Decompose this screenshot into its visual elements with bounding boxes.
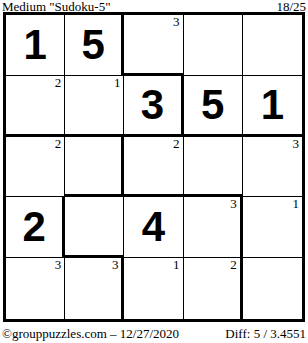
cell-r3c1[interactable] — [65, 197, 124, 258]
given-digit: 5 — [82, 24, 105, 66]
cell-r2c4[interactable]: 3 — [243, 137, 302, 198]
sudoku-grid: 1532135122324313312 — [3, 12, 305, 322]
corner-clue: 2 — [173, 137, 180, 151]
corner-clue: 3 — [230, 197, 237, 211]
cell-r0c2[interactable]: 3 — [124, 15, 183, 76]
cell-r0c3[interactable] — [184, 15, 243, 76]
given-digit: 5 — [201, 84, 224, 126]
cell-r4c2[interactable]: 1 — [124, 258, 183, 319]
given-digit: 1 — [261, 84, 284, 126]
corner-clue: 3 — [112, 258, 119, 272]
cell-r4c1[interactable]: 3 — [65, 258, 124, 319]
given-digit: 3 — [141, 84, 164, 126]
corner-clue: 3 — [173, 15, 180, 29]
cell-r0c1[interactable]: 5 — [65, 15, 124, 76]
cell-r1c4[interactable]: 1 — [243, 76, 302, 137]
cell-r2c2[interactable]: 2 — [124, 137, 183, 198]
cell-r3c2[interactable]: 4 — [124, 197, 183, 258]
cell-r3c4[interactable]: 1 — [243, 197, 302, 258]
cell-r0c4[interactable] — [243, 15, 302, 76]
cell-r3c0[interactable]: 2 — [6, 197, 65, 258]
cell-r1c0[interactable]: 2 — [6, 76, 65, 137]
cell-r3c3[interactable]: 3 — [184, 197, 243, 258]
given-digit: 2 — [22, 206, 45, 248]
difficulty-text: Diff: 5 / 3.4551 — [225, 326, 306, 342]
corner-clue: 2 — [230, 258, 237, 272]
cell-r1c2[interactable]: 3 — [124, 76, 183, 137]
cell-r4c4[interactable] — [243, 258, 302, 319]
cell-r2c1[interactable] — [65, 137, 124, 198]
cell-r2c0[interactable]: 2 — [6, 137, 65, 198]
cell-r2c3[interactable] — [184, 137, 243, 198]
corner-clue: 1 — [114, 76, 121, 90]
corner-clue: 1 — [173, 258, 180, 272]
corner-clue: 3 — [55, 258, 62, 272]
corner-clue: 3 — [293, 137, 300, 151]
cell-r1c3[interactable]: 5 — [184, 76, 243, 137]
copyright-text: ©grouppuzzles.com – 12/27/2020 — [2, 326, 179, 342]
corner-clue: 2 — [55, 76, 62, 90]
cell-r4c0[interactable]: 3 — [6, 258, 65, 319]
corner-clue: 1 — [293, 197, 300, 211]
cell-r1c1[interactable]: 1 — [65, 76, 124, 137]
given-digit: 4 — [142, 206, 165, 248]
cell-r0c0[interactable]: 1 — [6, 15, 65, 76]
cell-r4c3[interactable]: 2 — [184, 258, 243, 319]
corner-clue: 2 — [55, 137, 62, 151]
given-digit: 1 — [23, 24, 46, 66]
